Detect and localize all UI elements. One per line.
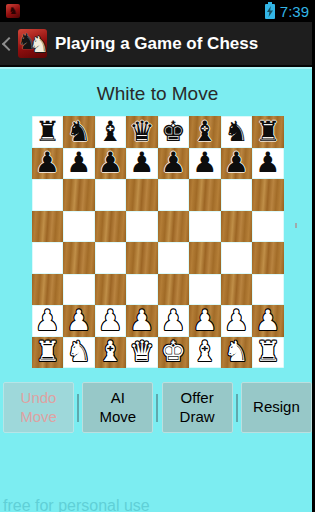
square-d6[interactable] — [126, 179, 158, 211]
square-f8[interactable]: ♝ — [189, 116, 221, 148]
square-g6[interactable] — [221, 179, 253, 211]
square-g3[interactable] — [221, 274, 253, 306]
piece-white-pawn: ♟ — [192, 307, 217, 335]
square-b5[interactable] — [63, 211, 95, 243]
piece-black-pawn: ♟ — [224, 149, 249, 177]
square-d5[interactable] — [126, 211, 158, 243]
square-c7[interactable]: ♟ — [95, 148, 127, 180]
piece-white-knight: ♞ — [224, 338, 249, 366]
square-f2[interactable]: ♟ — [189, 305, 221, 337]
piece-black-pawn: ♟ — [255, 149, 280, 177]
square-h6[interactable] — [252, 179, 284, 211]
up-navigation-button[interactable]: ♞ ♞ — [3, 29, 55, 58]
offer-draw-button[interactable]: Offer Draw — [162, 382, 233, 433]
notification-app-icon: ♞ — [6, 4, 20, 18]
button-divider — [77, 394, 79, 422]
square-d4[interactable] — [126, 242, 158, 274]
square-d7[interactable]: ♟ — [126, 148, 158, 180]
button-divider — [156, 394, 158, 422]
piece-black-pawn: ♟ — [129, 149, 154, 177]
piece-black-pawn: ♟ — [66, 149, 91, 177]
piece-white-rook: ♜ — [35, 338, 60, 366]
turn-indicator: White to Move — [0, 83, 315, 105]
piece-black-pawn: ♟ — [192, 149, 217, 177]
piece-white-king: ♚ — [161, 338, 186, 366]
back-chevron-icon — [2, 36, 16, 50]
main-content: White to Move ♜♞♝♛♚♝♞♜♟♟♟♟♟♟♟♟♟♟♟♟♟♟♟♟♜♞… — [0, 67, 315, 512]
square-c8[interactable]: ♝ — [95, 116, 127, 148]
app-icon: ♞ ♞ — [18, 29, 47, 58]
white-knight-icon: ♞ — [29, 34, 47, 56]
square-f1[interactable]: ♝ — [189, 337, 221, 369]
piece-black-pawn: ♟ — [161, 149, 186, 177]
piece-black-pawn: ♟ — [35, 149, 60, 177]
square-g8[interactable]: ♞ — [221, 116, 253, 148]
piece-black-knight: ♞ — [224, 118, 249, 146]
piece-white-pawn: ♟ — [129, 307, 154, 335]
scrollbar-mark — [295, 223, 297, 228]
square-e8[interactable]: ♚ — [158, 116, 190, 148]
square-e2[interactable]: ♟ — [158, 305, 190, 337]
piece-black-king: ♚ — [161, 118, 186, 146]
square-b7[interactable]: ♟ — [63, 148, 95, 180]
square-b3[interactable] — [63, 274, 95, 306]
piece-white-pawn: ♟ — [224, 307, 249, 335]
square-g2[interactable]: ♟ — [221, 305, 253, 337]
square-a3[interactable] — [32, 274, 64, 306]
piece-black-rook: ♜ — [35, 118, 60, 146]
square-a5[interactable] — [32, 211, 64, 243]
piece-black-rook: ♜ — [255, 118, 280, 146]
undo-move-button[interactable]: Undo Move — [3, 382, 74, 433]
app-screen: ♞ 7:39 ♞ ♞ Playing a Game of Chess White… — [0, 0, 315, 512]
square-h8[interactable]: ♜ — [252, 116, 284, 148]
square-d3[interactable] — [126, 274, 158, 306]
piece-white-pawn: ♟ — [35, 307, 60, 335]
square-h4[interactable] — [252, 242, 284, 274]
square-c1[interactable]: ♝ — [95, 337, 127, 369]
piece-white-queen: ♛ — [129, 338, 154, 366]
square-e4[interactable] — [158, 242, 190, 274]
square-a2[interactable]: ♟ — [32, 305, 64, 337]
square-b1[interactable]: ♞ — [63, 337, 95, 369]
clock-text: 7:39 — [280, 3, 309, 20]
battery-charging-icon — [265, 4, 275, 19]
lightning-bolt-icon — [266, 6, 274, 17]
page-title: Playing a Game of Chess — [55, 34, 258, 54]
ai-move-button[interactable]: AI Move — [82, 382, 153, 433]
square-f5[interactable] — [189, 211, 221, 243]
square-e5[interactable] — [158, 211, 190, 243]
square-h1[interactable]: ♜ — [252, 337, 284, 369]
piece-white-knight: ♞ — [66, 338, 91, 366]
square-e6[interactable] — [158, 179, 190, 211]
screen-edge-strip — [312, 0, 315, 512]
square-a6[interactable] — [32, 179, 64, 211]
square-d1[interactable]: ♛ — [126, 337, 158, 369]
square-c5[interactable] — [95, 211, 127, 243]
square-h2[interactable]: ♟ — [252, 305, 284, 337]
watermark-text: free for personal use — [3, 497, 150, 512]
square-c2[interactable]: ♟ — [95, 305, 127, 337]
square-g5[interactable] — [221, 211, 253, 243]
square-b8[interactable]: ♞ — [63, 116, 95, 148]
square-d2[interactable]: ♟ — [126, 305, 158, 337]
button-row: Undo Move AI Move Offer Draw Resign — [3, 382, 312, 433]
piece-white-pawn: ♟ — [161, 307, 186, 335]
square-b6[interactable] — [63, 179, 95, 211]
square-a1[interactable]: ♜ — [32, 337, 64, 369]
square-c6[interactable] — [95, 179, 127, 211]
piece-black-queen: ♛ — [129, 118, 154, 146]
square-h7[interactable]: ♟ — [252, 148, 284, 180]
square-a8[interactable]: ♜ — [32, 116, 64, 148]
action-bar: ♞ ♞ Playing a Game of Chess — [0, 22, 315, 67]
square-b4[interactable] — [63, 242, 95, 274]
square-a4[interactable] — [32, 242, 64, 274]
square-f7[interactable]: ♟ — [189, 148, 221, 180]
piece-white-pawn: ♟ — [66, 307, 91, 335]
square-e3[interactable] — [158, 274, 190, 306]
button-divider — [236, 394, 238, 422]
square-f3[interactable] — [189, 274, 221, 306]
piece-black-knight: ♞ — [66, 118, 91, 146]
piece-white-pawn: ♟ — [98, 307, 123, 335]
square-b2[interactable]: ♟ — [63, 305, 95, 337]
piece-white-bishop: ♝ — [192, 338, 217, 366]
chess-board: ♜♞♝♛♚♝♞♜♟♟♟♟♟♟♟♟♟♟♟♟♟♟♟♟♜♞♝♛♚♝♞♜ — [32, 116, 284, 368]
square-d8[interactable]: ♛ — [126, 116, 158, 148]
status-bar: ♞ 7:39 — [0, 0, 315, 22]
square-c3[interactable] — [95, 274, 127, 306]
square-g4[interactable] — [221, 242, 253, 274]
square-h3[interactable] — [252, 274, 284, 306]
square-f4[interactable] — [189, 242, 221, 274]
resign-button[interactable]: Resign — [241, 382, 312, 433]
mini-knight-icon: ♞ — [9, 6, 18, 16]
piece-white-bishop: ♝ — [98, 338, 123, 366]
piece-white-pawn: ♟ — [255, 307, 280, 335]
piece-white-rook: ♜ — [255, 338, 280, 366]
square-a7[interactable]: ♟ — [32, 148, 64, 180]
square-f6[interactable] — [189, 179, 221, 211]
piece-black-pawn: ♟ — [98, 149, 123, 177]
piece-black-bishop: ♝ — [192, 118, 217, 146]
square-g1[interactable]: ♞ — [221, 337, 253, 369]
square-e7[interactable]: ♟ — [158, 148, 190, 180]
piece-black-bishop: ♝ — [98, 118, 123, 146]
square-g7[interactable]: ♟ — [221, 148, 253, 180]
square-c4[interactable] — [95, 242, 127, 274]
square-e1[interactable]: ♚ — [158, 337, 190, 369]
square-h5[interactable] — [252, 211, 284, 243]
